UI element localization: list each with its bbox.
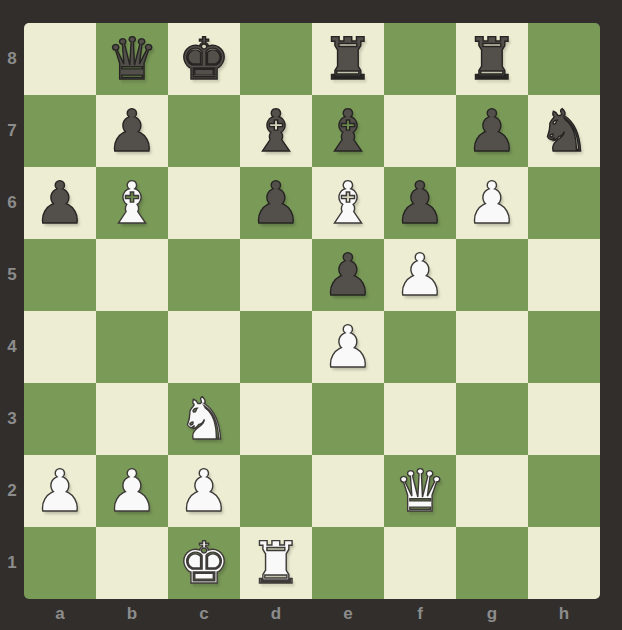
square-b4[interactable] — [96, 311, 168, 383]
square-e6[interactable]: ♝ — [312, 167, 384, 239]
square-f2[interactable]: ♛ — [384, 455, 456, 527]
square-e7[interactable]: ♝ — [312, 95, 384, 167]
square-e8[interactable]: ♜ — [312, 23, 384, 95]
square-c1[interactable]: ♚ — [168, 527, 240, 599]
square-h2[interactable] — [528, 455, 600, 527]
square-a1[interactable] — [24, 527, 96, 599]
piece-white-pawn[interactable]: ♟ — [96, 455, 168, 527]
square-g5[interactable] — [456, 239, 528, 311]
square-g7[interactable]: ♟ — [456, 95, 528, 167]
square-d1[interactable]: ♜ — [240, 527, 312, 599]
square-d3[interactable] — [240, 383, 312, 455]
square-c8[interactable]: ♚ — [168, 23, 240, 95]
square-d2[interactable] — [240, 455, 312, 527]
square-d8[interactable] — [240, 23, 312, 95]
rank-label-6: 6 — [0, 167, 24, 239]
square-d4[interactable] — [240, 311, 312, 383]
board-frame: 87654321 ♛♚♜♜♟♝♝♟♞♟♝♟♝♟♟♟♟♟♞♟♟♟♛♚♜ abcde… — [0, 0, 622, 630]
piece-white-knight[interactable]: ♞ — [168, 383, 240, 455]
piece-white-king[interactable]: ♚ — [168, 527, 240, 599]
square-e3[interactable] — [312, 383, 384, 455]
piece-black-pawn[interactable]: ♟ — [456, 95, 528, 167]
piece-black-rook[interactable]: ♜ — [456, 23, 528, 95]
square-f8[interactable] — [384, 23, 456, 95]
file-label-f: f — [384, 600, 456, 630]
piece-black-pawn[interactable]: ♟ — [96, 95, 168, 167]
square-d7[interactable]: ♝ — [240, 95, 312, 167]
square-f5[interactable]: ♟ — [384, 239, 456, 311]
piece-black-rook[interactable]: ♜ — [312, 23, 384, 95]
square-g6[interactable]: ♟ — [456, 167, 528, 239]
square-b7[interactable]: ♟ — [96, 95, 168, 167]
rank-labels: 87654321 — [0, 23, 24, 599]
square-b1[interactable] — [96, 527, 168, 599]
square-g4[interactable] — [456, 311, 528, 383]
piece-black-pawn[interactable]: ♟ — [384, 167, 456, 239]
piece-white-queen[interactable]: ♛ — [384, 455, 456, 527]
square-f4[interactable] — [384, 311, 456, 383]
square-a3[interactable] — [24, 383, 96, 455]
rank-label-2: 2 — [0, 455, 24, 527]
square-a7[interactable] — [24, 95, 96, 167]
square-h3[interactable] — [528, 383, 600, 455]
piece-white-pawn[interactable]: ♟ — [312, 311, 384, 383]
piece-white-pawn[interactable]: ♟ — [24, 455, 96, 527]
square-f3[interactable] — [384, 383, 456, 455]
square-b3[interactable] — [96, 383, 168, 455]
board: ♛♚♜♜♟♝♝♟♞♟♝♟♝♟♟♟♟♟♞♟♟♟♛♚♜ — [24, 23, 600, 599]
piece-black-pawn[interactable]: ♟ — [24, 167, 96, 239]
file-label-g: g — [456, 600, 528, 630]
file-labels: abcdefgh — [24, 600, 600, 630]
piece-black-bishop[interactable]: ♝ — [312, 95, 384, 167]
square-b8[interactable]: ♛ — [96, 23, 168, 95]
square-c2[interactable]: ♟ — [168, 455, 240, 527]
square-e4[interactable]: ♟ — [312, 311, 384, 383]
piece-black-bishop[interactable]: ♝ — [240, 95, 312, 167]
file-label-b: b — [96, 600, 168, 630]
square-a6[interactable]: ♟ — [24, 167, 96, 239]
square-g2[interactable] — [456, 455, 528, 527]
piece-white-rook[interactable]: ♜ — [240, 527, 312, 599]
square-h7[interactable]: ♞ — [528, 95, 600, 167]
file-label-a: a — [24, 600, 96, 630]
rank-label-5: 5 — [0, 239, 24, 311]
square-f7[interactable] — [384, 95, 456, 167]
square-c4[interactable] — [168, 311, 240, 383]
rank-label-8: 8 — [0, 23, 24, 95]
square-b6[interactable]: ♝ — [96, 167, 168, 239]
file-label-c: c — [168, 600, 240, 630]
square-c5[interactable] — [168, 239, 240, 311]
rank-label-7: 7 — [0, 95, 24, 167]
piece-white-bishop[interactable]: ♝ — [312, 167, 384, 239]
square-h5[interactable] — [528, 239, 600, 311]
square-b5[interactable] — [96, 239, 168, 311]
piece-black-knight[interactable]: ♞ — [528, 95, 600, 167]
square-c6[interactable] — [168, 167, 240, 239]
piece-black-king[interactable]: ♚ — [168, 23, 240, 95]
square-e1[interactable] — [312, 527, 384, 599]
square-c7[interactable] — [168, 95, 240, 167]
square-f6[interactable]: ♟ — [384, 167, 456, 239]
rank-label-1: 1 — [0, 527, 24, 599]
piece-white-pawn[interactable]: ♟ — [384, 239, 456, 311]
piece-black-pawn[interactable]: ♟ — [312, 239, 384, 311]
square-a8[interactable] — [24, 23, 96, 95]
square-e2[interactable] — [312, 455, 384, 527]
piece-white-bishop[interactable]: ♝ — [96, 167, 168, 239]
square-h4[interactable] — [528, 311, 600, 383]
square-a2[interactable]: ♟ — [24, 455, 96, 527]
square-b2[interactable]: ♟ — [96, 455, 168, 527]
piece-black-queen[interactable]: ♛ — [96, 23, 168, 95]
square-a5[interactable] — [24, 239, 96, 311]
square-c3[interactable]: ♞ — [168, 383, 240, 455]
square-e5[interactable]: ♟ — [312, 239, 384, 311]
piece-white-pawn[interactable]: ♟ — [456, 167, 528, 239]
square-g8[interactable]: ♜ — [456, 23, 528, 95]
square-g1[interactable] — [456, 527, 528, 599]
square-f1[interactable] — [384, 527, 456, 599]
square-d5[interactable] — [240, 239, 312, 311]
file-label-e: e — [312, 600, 384, 630]
piece-black-pawn[interactable]: ♟ — [240, 167, 312, 239]
square-d6[interactable]: ♟ — [240, 167, 312, 239]
file-label-h: h — [528, 600, 600, 630]
square-h8[interactable] — [528, 23, 600, 95]
file-label-d: d — [240, 600, 312, 630]
square-h6[interactable] — [528, 167, 600, 239]
rank-label-4: 4 — [0, 311, 24, 383]
piece-white-pawn[interactable]: ♟ — [168, 455, 240, 527]
square-h1[interactable] — [528, 527, 600, 599]
square-g3[interactable] — [456, 383, 528, 455]
rank-label-3: 3 — [0, 383, 24, 455]
square-a4[interactable] — [24, 311, 96, 383]
